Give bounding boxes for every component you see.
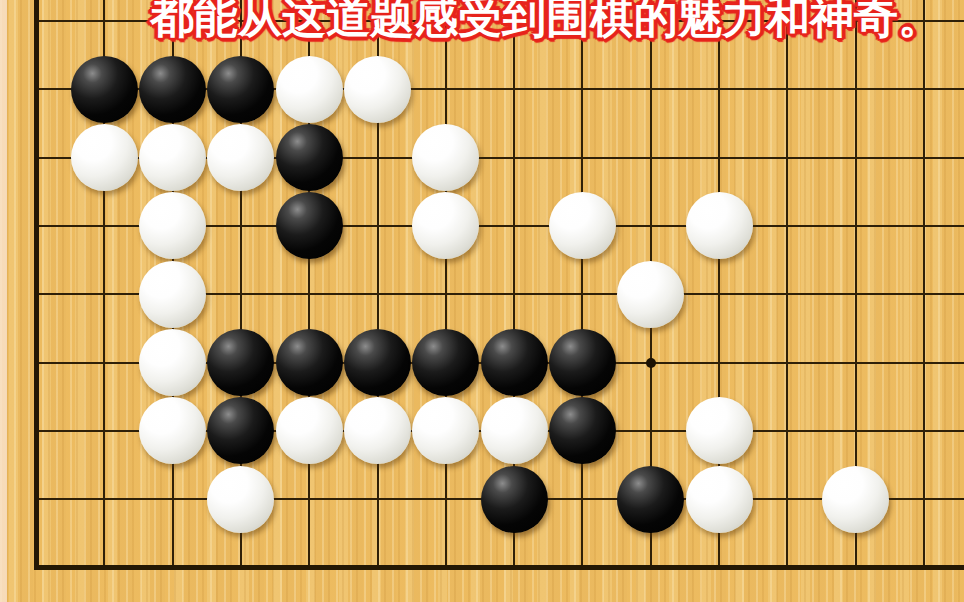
white-stone[interactable]: ○ (139, 192, 206, 259)
white-stone[interactable]: ○ (481, 397, 548, 464)
black-stone[interactable]: ● (207, 397, 274, 464)
black-stone[interactable]: ● (276, 124, 343, 191)
white-stone[interactable]: ○ (71, 124, 138, 191)
board-bottom-edge-line (34, 565, 964, 570)
white-stone[interactable]: ○ (207, 466, 274, 533)
black-stone[interactable]: ● (276, 329, 343, 396)
black-stone[interactable]: ● (481, 329, 548, 396)
white-stone[interactable]: ○ (276, 56, 343, 123)
board-left-edge-line (34, 0, 39, 570)
white-stone[interactable]: ○ (207, 124, 274, 191)
white-stone[interactable]: ○ (412, 397, 479, 464)
white-stone[interactable]: ○ (139, 261, 206, 328)
star-point (646, 358, 656, 368)
black-stone[interactable]: ● (412, 329, 479, 396)
black-stone[interactable]: ● (207, 329, 274, 396)
white-stone[interactable]: ○ (139, 329, 206, 396)
screen-edge-strip (0, 0, 7, 602)
black-stone[interactable]: ● (549, 397, 616, 464)
video-frame: ●●●○○○○○●○○●○○○○○○●●●●●●○●○○○○●○○●●○○ 都能… (0, 0, 964, 602)
white-stone[interactable]: ○ (686, 397, 753, 464)
white-stone[interactable]: ○ (344, 56, 411, 123)
black-stone[interactable]: ● (344, 329, 411, 396)
grid-line-vertical (581, 0, 583, 570)
black-stone[interactable]: ● (71, 56, 138, 123)
white-stone[interactable]: ○ (686, 466, 753, 533)
white-stone[interactable]: ○ (686, 192, 753, 259)
black-stone[interactable]: ● (276, 192, 343, 259)
white-stone[interactable]: ○ (549, 192, 616, 259)
black-stone[interactable]: ● (207, 56, 274, 123)
white-stone[interactable]: ○ (344, 397, 411, 464)
white-stone[interactable]: ○ (822, 466, 889, 533)
white-stone[interactable]: ○ (276, 397, 343, 464)
grid-line-vertical (786, 0, 788, 570)
grid-line-vertical (923, 0, 925, 570)
white-stone[interactable]: ○ (139, 397, 206, 464)
white-stone[interactable]: ○ (412, 192, 479, 259)
white-stone[interactable]: ○ (617, 261, 684, 328)
subtitle-text: 都能从这道题感受到围棋的魅力和神奇。 (150, 0, 942, 39)
black-stone[interactable]: ● (481, 466, 548, 533)
white-stone[interactable]: ○ (139, 124, 206, 191)
black-stone[interactable]: ● (549, 329, 616, 396)
white-stone[interactable]: ○ (412, 124, 479, 191)
grid-line-vertical (445, 0, 447, 570)
black-stone[interactable]: ● (139, 56, 206, 123)
black-stone[interactable]: ● (617, 466, 684, 533)
